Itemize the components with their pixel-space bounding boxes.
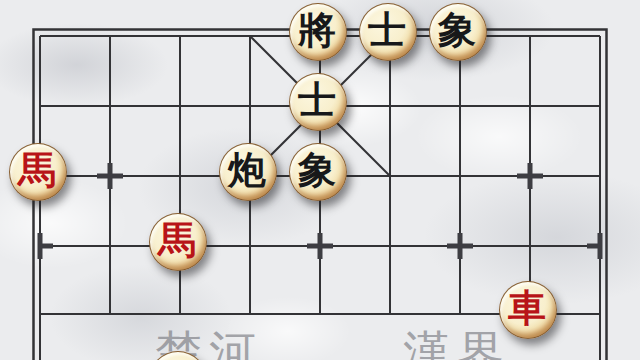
black-general[interactable]: 將 [289, 3, 347, 61]
xiangqi-board: 楚河 漢界 將士象士炮象馬馬車 [0, 0, 640, 360]
black-cannon[interactable]: 炮 [219, 143, 277, 201]
piece-character: 車 [508, 289, 546, 327]
pieces-layer: 將士象士炮象馬馬車 [0, 0, 640, 360]
piece-character: 士 [298, 81, 336, 119]
piece-character: 將 [298, 11, 336, 49]
piece-character: 士 [368, 11, 406, 49]
black-advisor[interactable]: 士 [289, 73, 347, 131]
black-elephant[interactable]: 象 [289, 143, 347, 201]
red-horse[interactable]: 馬 [9, 143, 67, 201]
red-horse[interactable]: 馬 [149, 213, 207, 271]
piece-character: 象 [438, 11, 476, 49]
red-chariot[interactable]: 車 [499, 281, 557, 339]
piece-character: 馬 [158, 221, 196, 259]
black-elephant[interactable]: 象 [429, 3, 487, 61]
piece-character: 炮 [228, 151, 266, 189]
partial-piece[interactable] [149, 351, 207, 360]
piece-character: 象 [298, 151, 336, 189]
piece-character: 馬 [18, 151, 56, 189]
black-advisor[interactable]: 士 [359, 3, 417, 61]
